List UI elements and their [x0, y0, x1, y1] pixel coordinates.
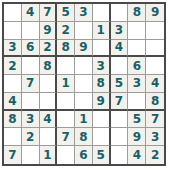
cell-r5c2: 7	[22, 75, 40, 93]
cell-r3c4: 8	[57, 40, 75, 58]
cell-r2c7: 3	[111, 22, 129, 40]
cell-r3c5: 9	[75, 40, 93, 58]
cell-r6c1: 4	[4, 93, 22, 111]
cell-r2c8[interactable]	[128, 22, 146, 40]
cell-r9c3: 1	[40, 146, 58, 164]
cell-r5c3[interactable]	[40, 75, 58, 93]
cell-r2c5[interactable]	[75, 22, 93, 40]
cell-r4c1: 2	[4, 57, 22, 75]
cell-r2c2[interactable]	[22, 22, 40, 40]
cell-r8c7[interactable]	[111, 128, 129, 146]
cell-r3c3: 2	[40, 40, 58, 58]
cell-r9c4[interactable]	[57, 146, 75, 164]
cell-r8c5: 8	[75, 128, 93, 146]
cell-r3c1: 3	[4, 40, 22, 58]
cell-r5c5[interactable]	[75, 75, 93, 93]
cell-r7c8: 5	[128, 111, 146, 129]
cell-r4c4[interactable]	[57, 57, 75, 75]
cell-r7c2: 3	[22, 111, 40, 129]
cell-r9c7[interactable]	[111, 146, 129, 164]
cell-r2c3: 9	[40, 22, 58, 40]
cell-r7c9: 7	[146, 111, 164, 129]
cell-r8c4: 7	[57, 128, 75, 146]
cell-r7c7[interactable]	[111, 111, 129, 129]
cell-r6c2[interactable]	[22, 93, 40, 111]
cell-r2c6: 1	[93, 22, 111, 40]
cell-r6c7: 7	[111, 93, 129, 111]
cell-r5c1[interactable]	[4, 75, 22, 93]
cell-r4c9[interactable]	[146, 57, 164, 75]
cell-r1c7[interactable]	[111, 4, 129, 22]
cell-r2c9[interactable]	[146, 22, 164, 40]
sudoku-page: 4753899213362894283671853449788341572789…	[0, 0, 170, 170]
cell-r1c8: 8	[128, 4, 146, 22]
cell-r4c2[interactable]	[22, 57, 40, 75]
cell-r2c4: 2	[57, 22, 75, 40]
cell-r8c1[interactable]	[4, 128, 22, 146]
cell-r8c3[interactable]	[40, 128, 58, 146]
cell-r3c8[interactable]	[128, 40, 146, 58]
cell-r1c1[interactable]	[4, 4, 22, 22]
cell-r9c5: 6	[75, 146, 93, 164]
cell-r8c9: 3	[146, 128, 164, 146]
cell-r8c2: 2	[22, 128, 40, 146]
cell-r8c6[interactable]	[93, 128, 111, 146]
cell-r5c6: 8	[93, 75, 111, 93]
cell-r5c8: 3	[128, 75, 146, 93]
cell-r1c6[interactable]	[93, 4, 111, 22]
cell-r7c3: 4	[40, 111, 58, 129]
cell-r9c8: 4	[128, 146, 146, 164]
cell-r6c6: 9	[93, 93, 111, 111]
cell-r5c9: 4	[146, 75, 164, 93]
cell-r5c4: 1	[57, 75, 75, 93]
cell-r9c2[interactable]	[22, 146, 40, 164]
cell-r1c9: 9	[146, 4, 164, 22]
cell-r3c7: 4	[111, 40, 129, 58]
cell-r1c3: 7	[40, 4, 58, 22]
cell-r6c3[interactable]	[40, 93, 58, 111]
cell-r2c1[interactable]	[4, 22, 22, 40]
cell-r7c6[interactable]	[93, 111, 111, 129]
cell-r6c4[interactable]	[57, 93, 75, 111]
cell-r9c9: 2	[146, 146, 164, 164]
cell-r5c7: 5	[111, 75, 129, 93]
cell-r1c2: 4	[22, 4, 40, 22]
cell-r9c1: 7	[4, 146, 22, 164]
cell-r1c5: 3	[75, 4, 93, 22]
cell-r3c2: 6	[22, 40, 40, 58]
cell-r3c9[interactable]	[146, 40, 164, 58]
cell-r4c3: 8	[40, 57, 58, 75]
cell-r4c5[interactable]	[75, 57, 93, 75]
cell-r4c6: 3	[93, 57, 111, 75]
cell-r4c8: 6	[128, 57, 146, 75]
cell-r7c4[interactable]	[57, 111, 75, 129]
cell-r4c7[interactable]	[111, 57, 129, 75]
cell-r6c9: 8	[146, 93, 164, 111]
sudoku-board: 4753899213362894283671853449788341572789…	[2, 2, 166, 166]
cell-r8c8: 9	[128, 128, 146, 146]
cell-r7c5: 1	[75, 111, 93, 129]
cell-r1c4: 5	[57, 4, 75, 22]
cell-r6c8[interactable]	[128, 93, 146, 111]
cell-r7c1: 8	[4, 111, 22, 129]
cell-r9c6: 5	[93, 146, 111, 164]
cell-r3c6[interactable]	[93, 40, 111, 58]
cell-r6c5[interactable]	[75, 93, 93, 111]
